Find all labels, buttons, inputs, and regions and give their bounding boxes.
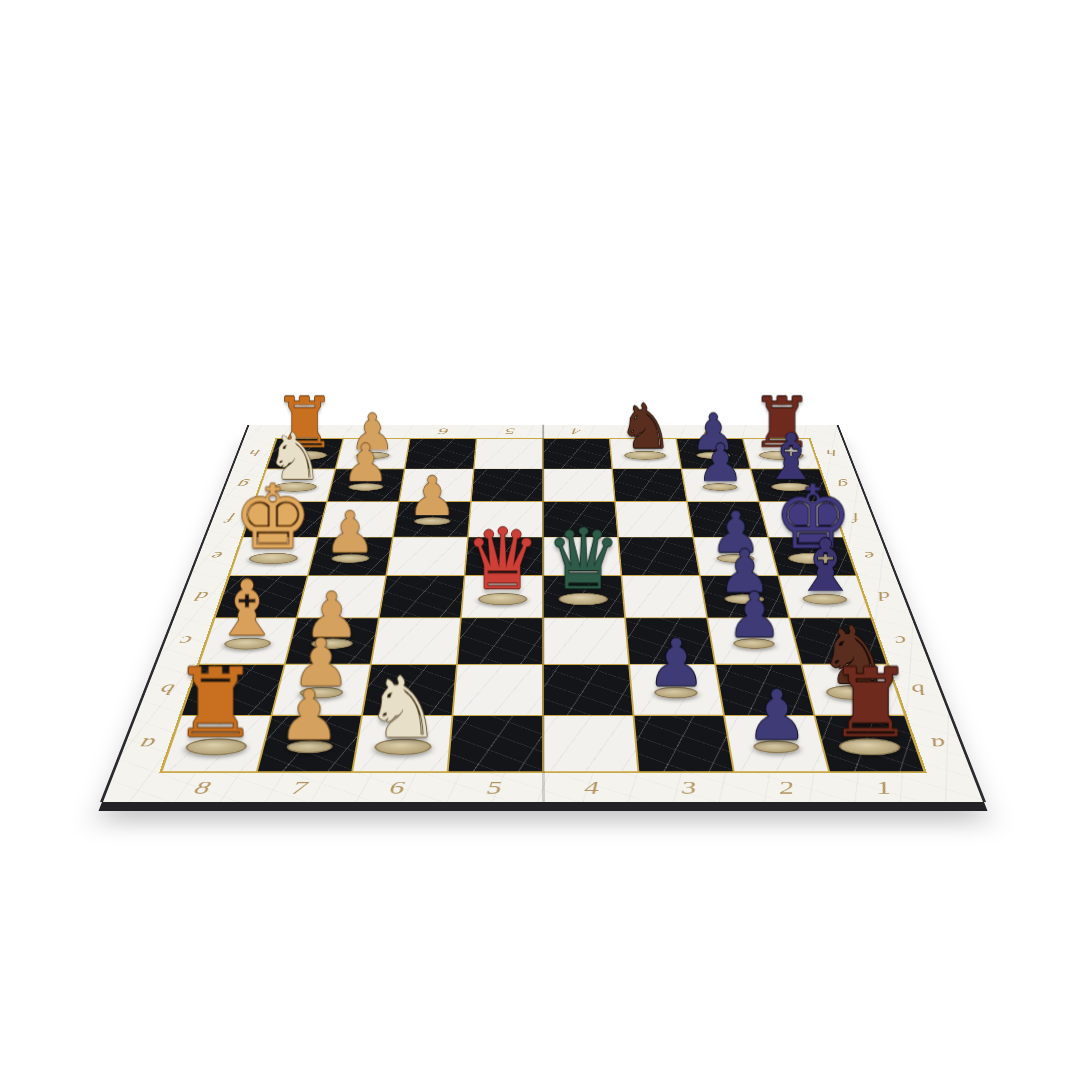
square-h3[interactable]: ♞ [610,439,680,469]
square-g3[interactable] [613,469,686,501]
light-knight-glyph: ♞ [365,668,440,748]
square-a7[interactable]: ♟ [258,716,361,771]
dark-queen-glyph: ♛ [546,520,621,600]
rank-label-near-2: 2 [776,777,795,798]
file-label-right-a: a [928,734,949,754]
rank-label-near-3: 3 [680,777,698,798]
light-pawn-glyph: ♟ [342,438,389,488]
square-a8[interactable]: ♜ [163,716,271,771]
light-pawn-glyph: ♟ [325,505,376,559]
file-label-right-e: e [862,549,877,562]
square-b4[interactable] [544,665,633,715]
rank-label-near-5: 5 [486,777,502,798]
square-b5[interactable] [453,665,542,715]
square-g4[interactable] [544,469,615,501]
square-f3[interactable] [616,502,693,537]
rank-label-far-3: 3 [637,426,648,436]
dark-bishop-glyph: ♝ [793,531,858,600]
square-g2[interactable]: ♟ [682,469,758,501]
square-c2[interactable]: ♟ [708,618,800,663]
square-b3[interactable]: ♟ [630,665,723,715]
square-a5[interactable] [449,716,542,771]
rank-label-far-6: 6 [438,426,449,436]
square-c5[interactable] [458,618,542,663]
square-d5[interactable]: ♛ [462,576,542,617]
square-a1[interactable]: ♜ [816,716,924,771]
dark-pawn-glyph: ♟ [647,632,706,694]
square-c4[interactable] [544,618,628,663]
square-f6[interactable]: ♟ [394,502,471,537]
rank-label-far-2: 2 [703,426,715,436]
square-e7[interactable]: ♟ [309,537,392,575]
file-label-left-d: d [193,589,211,604]
square-e6[interactable] [387,537,467,575]
square-h4[interactable] [544,439,612,469]
square-g5[interactable] [472,469,543,501]
file-label-left-e: e [209,549,224,562]
chess-board: ♜♟♞♟♜♞♟♟♝♟♚♟♟♚♛♛♟♝♝♟♟♟♟♞♜♟♞♟♜ 88hh77gg66… [100,425,986,802]
square-d4[interactable]: ♛ [544,576,624,617]
light-pawn-glyph: ♟ [408,470,457,522]
rank-label-near-1: 1 [873,777,894,798]
rank-label-far-4: 4 [571,426,582,436]
square-h5[interactable] [475,439,543,469]
file-label-right-d: d [876,589,894,604]
square-c6[interactable] [372,618,460,663]
light-queen-glyph: ♛ [465,520,540,600]
square-a3[interactable] [634,716,732,771]
file-label-left-h: h [247,448,261,458]
light-bishop-glyph: ♝ [213,572,281,644]
rank-label-far-7: 7 [371,426,383,436]
square-d6[interactable] [380,576,464,617]
dark-pawn-glyph: ♟ [727,586,783,645]
rank-label-far-5: 5 [505,426,516,436]
dark-pawn-glyph: ♟ [746,683,808,748]
dark-pawn-glyph: ♟ [697,438,744,488]
rank-label-near-8: 8 [192,777,213,798]
rank-label-near-7: 7 [290,777,309,798]
rank-label-near-4: 4 [584,777,600,798]
light-pawn-glyph: ♟ [278,683,340,748]
light-rook-glyph: ♜ [173,657,259,748]
square-d3[interactable] [622,576,706,617]
file-label-left-a: a [137,734,158,754]
dark-rook-glyph: ♜ [828,657,914,748]
square-g7[interactable]: ♟ [328,469,404,501]
square-e3[interactable] [619,537,699,575]
rank-label-near-6: 6 [388,777,406,798]
file-label-right-h: h [824,448,838,458]
square-a6[interactable]: ♞ [353,716,451,771]
square-a4[interactable] [544,716,637,771]
square-a2[interactable]: ♟ [725,716,828,771]
